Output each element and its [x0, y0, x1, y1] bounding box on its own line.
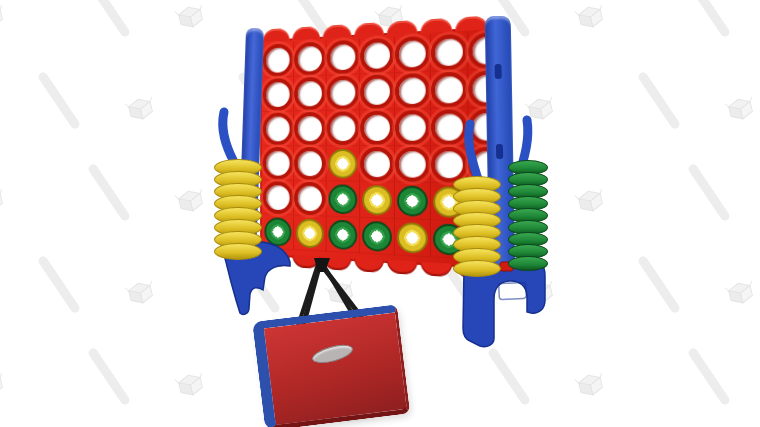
scallop-bump [323, 24, 352, 38]
bag-brand-patch [310, 341, 354, 366]
board-cell [263, 77, 294, 112]
board-cell [263, 180, 294, 215]
disc-green [328, 219, 357, 250]
empty-hole [263, 181, 293, 214]
board-cell [360, 146, 395, 182]
board-cell [263, 146, 294, 181]
scallop-bump [455, 16, 488, 32]
empty-hole [263, 112, 293, 145]
board-cell [360, 73, 395, 110]
post-slot [496, 144, 503, 159]
board-cell [360, 218, 395, 256]
stacked-disc-yellow [214, 243, 262, 260]
empty-hole [294, 41, 326, 75]
product-photo [0, 0, 760, 427]
empty-hole [294, 147, 326, 180]
disc-green [362, 220, 392, 251]
board-cell [431, 32, 468, 71]
board-cell [263, 111, 294, 146]
scallop-bump [323, 256, 352, 270]
empty-hole [294, 181, 326, 215]
board-cell [395, 109, 431, 146]
board-cell [327, 38, 361, 75]
board-cell [431, 70, 468, 109]
empty-hole [263, 147, 293, 180]
empty-hole [327, 75, 360, 109]
empty-hole [395, 35, 430, 71]
scallop-bump [292, 255, 320, 269]
board-cell [263, 214, 294, 250]
post-slot [495, 64, 502, 79]
empty-hole [263, 77, 293, 110]
scallop-bump [421, 18, 453, 33]
empty-hole [263, 43, 293, 77]
left-yellow-disc-stack [215, 164, 261, 260]
scallop-bump [387, 20, 418, 35]
disc-yellow [362, 184, 392, 215]
board-cell [360, 37, 395, 75]
board-cell [294, 76, 326, 112]
empty-hole [294, 76, 326, 110]
disc-yellow [328, 148, 357, 178]
board-cell [263, 42, 294, 78]
board-cell [327, 146, 361, 182]
board-cell [327, 74, 361, 110]
empty-hole [327, 39, 360, 74]
board-cell [360, 110, 395, 147]
empty-hole [360, 74, 394, 109]
scallop-bump [421, 262, 453, 277]
board-cell [327, 110, 361, 146]
scallop-bump [292, 26, 320, 40]
empty-hole [294, 111, 326, 144]
scallop-bump [387, 260, 418, 275]
empty-hole [431, 71, 467, 107]
board-cell [360, 182, 395, 219]
carrying-bag [252, 304, 410, 427]
stacked-disc-yellow [453, 260, 501, 277]
board-cell [395, 72, 431, 110]
empty-hole [395, 146, 430, 181]
board-cell [327, 181, 361, 217]
board-cell [294, 146, 326, 181]
board-cell [294, 40, 326, 76]
board-cell [327, 217, 361, 254]
scallop-bump [263, 28, 290, 42]
disc-yellow [296, 218, 324, 248]
board-cell [395, 182, 431, 220]
board-cell [431, 108, 468, 146]
right-green-disc-stack [509, 163, 547, 271]
empty-hole [360, 37, 394, 73]
scallop-bump [263, 253, 290, 267]
scallop-bump [354, 258, 384, 273]
board-cell [294, 215, 326, 251]
empty-hole [360, 146, 394, 180]
disc-green [397, 185, 428, 216]
scallop-bump [354, 22, 384, 37]
empty-hole [431, 33, 467, 70]
empty-hole [360, 110, 394, 144]
board-cell [395, 146, 431, 183]
stacked-disc-green [508, 256, 548, 271]
board-cell [395, 35, 431, 73]
board-cell [395, 219, 431, 257]
empty-hole [327, 111, 360, 145]
right-yellow-disc-stack [453, 181, 501, 277]
empty-hole [395, 109, 430, 144]
board-cell [294, 111, 326, 146]
board-cell [294, 181, 326, 217]
disc-yellow [397, 222, 428, 254]
empty-hole [431, 109, 467, 145]
right-foot-panel [499, 282, 527, 299]
empty-hole [395, 72, 430, 108]
disc-green [328, 184, 357, 214]
disc-green [265, 217, 292, 247]
